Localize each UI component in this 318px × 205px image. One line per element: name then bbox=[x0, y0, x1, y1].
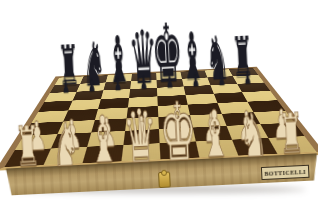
black-pawn-d7[interactable]: ♟ bbox=[139, 73, 147, 92]
white-bishop-f1[interactable]: ♝ bbox=[199, 103, 231, 169]
white-rook-h1[interactable]: ♜ bbox=[277, 107, 305, 163]
white-knight-g1[interactable]: ♞ bbox=[238, 104, 268, 166]
white-bishop-c1[interactable]: ♝ bbox=[87, 108, 119, 174]
black-pawn-b7[interactable]: ♟ bbox=[87, 75, 95, 94]
black-pawn-g7[interactable]: ♟ bbox=[218, 69, 226, 88]
white-king-e1[interactable]: ♚ bbox=[158, 92, 199, 174]
board-assembly: BOTTICELLI ♜♞♝♛♚♝♞♜♟♟♟♟♟♟♟♟♟♟♟♟♟♟♟♟♜♞♝♛♚… bbox=[0, 0, 318, 205]
black-pawn-c7[interactable]: ♟ bbox=[113, 74, 121, 93]
white-knight-b1[interactable]: ♞ bbox=[50, 114, 80, 176]
white-queen-d1[interactable]: ♛ bbox=[122, 100, 159, 175]
white-rook-a1[interactable]: ♜ bbox=[14, 120, 42, 176]
brand-label: BOTTICELLI bbox=[264, 168, 306, 176]
chess-set-photo: BOTTICELLI ♜♞♝♛♚♝♞♜♟♟♟♟♟♟♟♟♟♟♟♟♟♟♟♟♜♞♝♛♚… bbox=[0, 0, 318, 205]
black-pawn-a7[interactable]: ♟ bbox=[61, 77, 69, 96]
black-pawn-h7[interactable]: ♟ bbox=[244, 68, 252, 87]
